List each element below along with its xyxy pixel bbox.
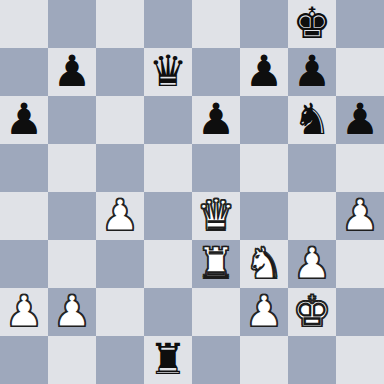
black-king-g8[interactable]: ♚ <box>293 0 332 47</box>
square-d2[interactable] <box>144 288 192 336</box>
square-h3[interactable] <box>336 240 384 288</box>
black-knight-g6[interactable]: ♞ <box>293 96 332 143</box>
square-h4[interactable]: ♟ <box>336 192 384 240</box>
square-c7[interactable] <box>96 48 144 96</box>
black-rook-d1[interactable]: ♜ <box>149 336 188 383</box>
square-d8[interactable] <box>144 0 192 48</box>
square-c6[interactable] <box>96 96 144 144</box>
white-rook-e3[interactable]: ♜ <box>197 240 236 287</box>
square-b1[interactable] <box>48 336 96 384</box>
square-a4[interactable] <box>0 192 48 240</box>
white-king-g2[interactable]: ♚ <box>293 288 332 335</box>
black-queen-d7[interactable]: ♛ <box>149 48 188 95</box>
square-e6[interactable]: ♟ <box>192 96 240 144</box>
white-pawn-h4[interactable]: ♟ <box>341 192 380 239</box>
square-d6[interactable] <box>144 96 192 144</box>
white-pawn-f2[interactable]: ♟ <box>245 288 284 335</box>
square-g5[interactable] <box>288 144 336 192</box>
black-pawn-g7[interactable]: ♟ <box>293 48 332 95</box>
square-h7[interactable] <box>336 48 384 96</box>
square-d1[interactable]: ♜ <box>144 336 192 384</box>
square-d5[interactable] <box>144 144 192 192</box>
square-b8[interactable] <box>48 0 96 48</box>
square-f7[interactable]: ♟ <box>240 48 288 96</box>
square-d7[interactable]: ♛ <box>144 48 192 96</box>
square-g7[interactable]: ♟ <box>288 48 336 96</box>
square-e5[interactable] <box>192 144 240 192</box>
chess-board: ♚♟♛♟♟♟♟♞♟♟♛♟♜♞♟♟♟♟♚♜ <box>0 0 384 384</box>
square-f4[interactable] <box>240 192 288 240</box>
white-pawn-a2[interactable]: ♟ <box>5 288 44 335</box>
square-c4[interactable]: ♟ <box>96 192 144 240</box>
square-g1[interactable] <box>288 336 336 384</box>
square-f6[interactable] <box>240 96 288 144</box>
square-h5[interactable] <box>336 144 384 192</box>
square-a8[interactable] <box>0 0 48 48</box>
square-a1[interactable] <box>0 336 48 384</box>
black-pawn-b7[interactable]: ♟ <box>53 48 92 95</box>
white-knight-f3[interactable]: ♞ <box>245 240 284 287</box>
square-g8[interactable]: ♚ <box>288 0 336 48</box>
square-h1[interactable] <box>336 336 384 384</box>
square-e4[interactable]: ♛ <box>192 192 240 240</box>
square-f5[interactable] <box>240 144 288 192</box>
square-a2[interactable]: ♟ <box>0 288 48 336</box>
square-c3[interactable] <box>96 240 144 288</box>
square-f8[interactable] <box>240 0 288 48</box>
square-a3[interactable] <box>0 240 48 288</box>
white-pawn-b2[interactable]: ♟ <box>53 288 92 335</box>
square-f2[interactable]: ♟ <box>240 288 288 336</box>
square-e7[interactable] <box>192 48 240 96</box>
square-e2[interactable] <box>192 288 240 336</box>
white-queen-e4[interactable]: ♛ <box>197 192 236 239</box>
square-g6[interactable]: ♞ <box>288 96 336 144</box>
square-g2[interactable]: ♚ <box>288 288 336 336</box>
square-h2[interactable] <box>336 288 384 336</box>
square-e3[interactable]: ♜ <box>192 240 240 288</box>
square-h6[interactable]: ♟ <box>336 96 384 144</box>
white-pawn-g3[interactable]: ♟ <box>293 240 332 287</box>
square-d3[interactable] <box>144 240 192 288</box>
black-pawn-e6[interactable]: ♟ <box>197 96 236 143</box>
square-e1[interactable] <box>192 336 240 384</box>
black-pawn-h6[interactable]: ♟ <box>341 96 380 143</box>
square-a6[interactable]: ♟ <box>0 96 48 144</box>
square-b5[interactable] <box>48 144 96 192</box>
square-b3[interactable] <box>48 240 96 288</box>
white-pawn-c4[interactable]: ♟ <box>101 192 140 239</box>
square-b4[interactable] <box>48 192 96 240</box>
square-g4[interactable] <box>288 192 336 240</box>
square-g3[interactable]: ♟ <box>288 240 336 288</box>
square-b7[interactable]: ♟ <box>48 48 96 96</box>
square-f3[interactable]: ♞ <box>240 240 288 288</box>
square-a5[interactable] <box>0 144 48 192</box>
square-h8[interactable] <box>336 0 384 48</box>
black-pawn-a6[interactable]: ♟ <box>5 96 44 143</box>
square-a7[interactable] <box>0 48 48 96</box>
square-e8[interactable] <box>192 0 240 48</box>
square-c2[interactable] <box>96 288 144 336</box>
square-c1[interactable] <box>96 336 144 384</box>
black-pawn-f7[interactable]: ♟ <box>245 48 284 95</box>
square-d4[interactable] <box>144 192 192 240</box>
square-f1[interactable] <box>240 336 288 384</box>
square-b2[interactable]: ♟ <box>48 288 96 336</box>
square-c8[interactable] <box>96 0 144 48</box>
square-b6[interactable] <box>48 96 96 144</box>
square-c5[interactable] <box>96 144 144 192</box>
